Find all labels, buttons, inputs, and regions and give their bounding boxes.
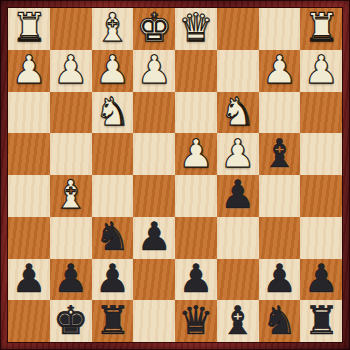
black-pawn-g7[interactable]: ♟ [53,259,88,298]
square-c4[interactable]: ♟ [217,133,259,175]
square-h5[interactable] [8,175,50,217]
white-king-e1[interactable]: ♚ [137,8,172,47]
square-a7[interactable]: ♟ [300,259,342,301]
black-knight-b8[interactable]: ♞ [262,301,297,340]
square-e5[interactable] [133,175,175,217]
white-pawn-f2[interactable]: ♟ [95,50,130,89]
square-b7[interactable]: ♟ [259,259,301,301]
square-c8[interactable]: ♝ [217,300,259,342]
white-queen-d1[interactable]: ♛ [178,8,213,47]
square-g8[interactable]: ♚ [50,300,92,342]
square-f2[interactable]: ♟ [92,50,134,92]
square-b6[interactable] [259,217,301,259]
square-a4[interactable] [300,133,342,175]
white-pawn-g2[interactable]: ♟ [53,50,88,89]
black-queen-d8[interactable]: ♛ [178,301,213,340]
square-d3[interactable] [175,92,217,134]
square-a1[interactable]: ♜ [300,8,342,50]
square-d6[interactable] [175,217,217,259]
square-c1[interactable] [217,8,259,50]
white-pawn-c4[interactable]: ♟ [220,134,255,173]
white-pawn-d4[interactable]: ♟ [178,134,213,173]
square-e2[interactable]: ♟ [133,50,175,92]
black-pawn-b7[interactable]: ♟ [262,259,297,298]
square-c6[interactable] [217,217,259,259]
chess-board: ♜♝♚♛♜♟♟♟♟♟♟♞♞♟♟♝♝♟♞♟♟♟♟♟♟♟♚♜♛♝♞♜ [8,8,342,342]
white-bishop-g5[interactable]: ♝ [53,175,88,214]
square-c3[interactable]: ♞ [217,92,259,134]
square-g2[interactable]: ♟ [50,50,92,92]
square-b5[interactable] [259,175,301,217]
square-b2[interactable]: ♟ [259,50,301,92]
square-d8[interactable]: ♛ [175,300,217,342]
black-bishop-c8[interactable]: ♝ [220,301,255,340]
square-a6[interactable] [300,217,342,259]
white-pawn-b2[interactable]: ♟ [262,50,297,89]
black-pawn-e6[interactable]: ♟ [137,217,172,256]
square-e7[interactable] [133,259,175,301]
black-pawn-d7[interactable]: ♟ [178,259,213,298]
square-h1[interactable]: ♜ [8,8,50,50]
square-f4[interactable] [92,133,134,175]
square-h4[interactable] [8,133,50,175]
black-knight-f6[interactable]: ♞ [95,217,130,256]
square-a8[interactable]: ♜ [300,300,342,342]
square-g5[interactable]: ♝ [50,175,92,217]
square-h6[interactable] [8,217,50,259]
black-pawn-f7[interactable]: ♟ [95,259,130,298]
black-pawn-a7[interactable]: ♟ [304,259,339,298]
black-pawn-h7[interactable]: ♟ [11,259,46,298]
white-pawn-e2[interactable]: ♟ [137,50,172,89]
black-pawn-c5[interactable]: ♟ [220,175,255,214]
square-f1[interactable]: ♝ [92,8,134,50]
square-d5[interactable] [175,175,217,217]
black-rook-a8[interactable]: ♜ [304,301,339,340]
square-e1[interactable]: ♚ [133,8,175,50]
square-b4[interactable]: ♝ [259,133,301,175]
square-b3[interactable] [259,92,301,134]
square-e6[interactable]: ♟ [133,217,175,259]
square-g4[interactable] [50,133,92,175]
white-rook-a1[interactable]: ♜ [304,8,339,47]
white-rook-h1[interactable]: ♜ [11,8,46,47]
white-knight-f3[interactable]: ♞ [95,92,130,131]
square-e3[interactable] [133,92,175,134]
black-bishop-b4[interactable]: ♝ [262,134,297,173]
square-f6[interactable]: ♞ [92,217,134,259]
square-c2[interactable] [217,50,259,92]
white-pawn-h2[interactable]: ♟ [11,50,46,89]
square-g3[interactable] [50,92,92,134]
square-a5[interactable] [300,175,342,217]
square-f3[interactable]: ♞ [92,92,134,134]
square-h7[interactable]: ♟ [8,259,50,301]
square-d1[interactable]: ♛ [175,8,217,50]
square-g6[interactable] [50,217,92,259]
square-g7[interactable]: ♟ [50,259,92,301]
square-f8[interactable]: ♜ [92,300,134,342]
white-bishop-f1[interactable]: ♝ [95,8,130,47]
square-d7[interactable]: ♟ [175,259,217,301]
white-knight-c3[interactable]: ♞ [220,92,255,131]
square-h3[interactable] [8,92,50,134]
black-king-g8[interactable]: ♚ [53,301,88,340]
square-f5[interactable] [92,175,134,217]
square-h8[interactable] [8,300,50,342]
square-f7[interactable]: ♟ [92,259,134,301]
square-a2[interactable]: ♟ [300,50,342,92]
square-c5[interactable]: ♟ [217,175,259,217]
square-a3[interactable] [300,92,342,134]
white-pawn-a2[interactable]: ♟ [304,50,339,89]
chess-board-frame: ♜♝♚♛♜♟♟♟♟♟♟♞♞♟♟♝♝♟♞♟♟♟♟♟♟♟♚♜♛♝♞♜ [0,0,350,350]
square-b8[interactable]: ♞ [259,300,301,342]
black-rook-f8[interactable]: ♜ [95,301,130,340]
square-d2[interactable] [175,50,217,92]
square-e4[interactable] [133,133,175,175]
square-h2[interactable]: ♟ [8,50,50,92]
square-g1[interactable] [50,8,92,50]
square-d4[interactable]: ♟ [175,133,217,175]
square-e8[interactable] [133,300,175,342]
square-b1[interactable] [259,8,301,50]
square-c7[interactable] [217,259,259,301]
